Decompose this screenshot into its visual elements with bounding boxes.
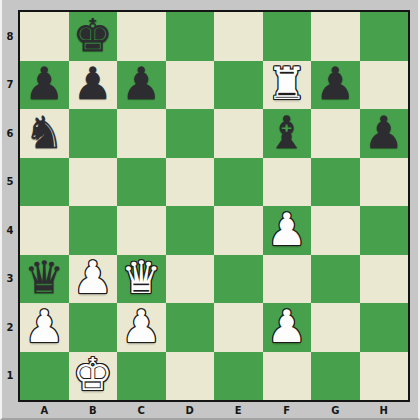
rank-label-1: 1: [2, 352, 18, 401]
square-a1[interactable]: [20, 352, 69, 401]
rank-label-4: 4: [2, 206, 18, 255]
rank-label-7: 7: [2, 61, 18, 110]
square-f8[interactable]: [263, 12, 312, 61]
rank-labels: 87654321: [2, 12, 18, 400]
black-pawn-piece[interactable]: ♟: [315, 61, 355, 106]
square-h3[interactable]: [360, 255, 409, 304]
square-h2[interactable]: [360, 303, 409, 352]
square-b5[interactable]: [69, 158, 118, 207]
file-label-f: F: [263, 403, 312, 418]
square-e2[interactable]: [214, 303, 263, 352]
square-c3[interactable]: ♛: [117, 255, 166, 304]
square-b1[interactable]: ♚: [69, 352, 118, 401]
square-e5[interactable]: [214, 158, 263, 207]
square-e7[interactable]: [214, 61, 263, 110]
square-d2[interactable]: [166, 303, 215, 352]
square-g4[interactable]: [311, 206, 360, 255]
square-c7[interactable]: ♟: [117, 61, 166, 110]
white-pawn-piece[interactable]: ♟: [73, 255, 113, 300]
black-pawn-piece[interactable]: ♟: [73, 61, 113, 106]
white-queen-piece[interactable]: ♛: [121, 255, 161, 300]
square-d5[interactable]: [166, 158, 215, 207]
white-rook-piece[interactable]: ♜: [267, 61, 307, 106]
file-label-a: A: [20, 403, 69, 418]
black-pawn-piece[interactable]: ♟: [24, 61, 64, 106]
file-label-e: E: [214, 403, 263, 418]
square-e4[interactable]: [214, 206, 263, 255]
square-e6[interactable]: [214, 109, 263, 158]
square-b7[interactable]: ♟: [69, 61, 118, 110]
square-f3[interactable]: [263, 255, 312, 304]
square-g1[interactable]: [311, 352, 360, 401]
square-f4[interactable]: ♟: [263, 206, 312, 255]
file-label-b: B: [69, 403, 118, 418]
square-g3[interactable]: [311, 255, 360, 304]
square-h6[interactable]: ♟: [360, 109, 409, 158]
chessboard[interactable]: ♚♟♟♟♜♟♞♝♟♟♛♟♛♟♟♟♚: [18, 10, 410, 402]
white-king-piece[interactable]: ♚: [73, 352, 113, 397]
square-c2[interactable]: ♟: [117, 303, 166, 352]
square-f7[interactable]: ♜: [263, 61, 312, 110]
square-g7[interactable]: ♟: [311, 61, 360, 110]
file-label-c: C: [117, 403, 166, 418]
chessboard-frame: 87654321 ♚♟♟♟♜♟♞♝♟♟♛♟♛♟♟♟♚ ABCDEFGH: [0, 0, 420, 420]
square-c5[interactable]: [117, 158, 166, 207]
square-g5[interactable]: [311, 158, 360, 207]
square-h5[interactable]: [360, 158, 409, 207]
square-c4[interactable]: [117, 206, 166, 255]
white-pawn-piece[interactable]: ♟: [24, 304, 64, 349]
square-d6[interactable]: [166, 109, 215, 158]
square-a4[interactable]: [20, 206, 69, 255]
black-bishop-piece[interactable]: ♝: [267, 110, 307, 155]
file-label-h: H: [360, 403, 409, 418]
square-a8[interactable]: [20, 12, 69, 61]
square-b3[interactable]: ♟: [69, 255, 118, 304]
rank-label-5: 5: [2, 158, 18, 207]
square-f1[interactable]: [263, 352, 312, 401]
square-d3[interactable]: [166, 255, 215, 304]
rank-label-8: 8: [2, 12, 18, 61]
square-e3[interactable]: [214, 255, 263, 304]
square-b4[interactable]: [69, 206, 118, 255]
file-label-d: D: [166, 403, 215, 418]
square-a6[interactable]: ♞: [20, 109, 69, 158]
square-g6[interactable]: [311, 109, 360, 158]
black-pawn-piece[interactable]: ♟: [364, 110, 404, 155]
square-b6[interactable]: [69, 109, 118, 158]
square-e1[interactable]: [214, 352, 263, 401]
white-pawn-piece[interactable]: ♟: [267, 304, 307, 349]
rank-label-6: 6: [2, 109, 18, 158]
square-f2[interactable]: ♟: [263, 303, 312, 352]
square-d1[interactable]: [166, 352, 215, 401]
black-pawn-piece[interactable]: ♟: [121, 61, 161, 106]
square-g8[interactable]: [311, 12, 360, 61]
square-h8[interactable]: [360, 12, 409, 61]
rank-label-2: 2: [2, 303, 18, 352]
black-king-piece[interactable]: ♚: [73, 13, 113, 58]
square-f6[interactable]: ♝: [263, 109, 312, 158]
square-a2[interactable]: ♟: [20, 303, 69, 352]
square-b8[interactable]: ♚: [69, 12, 118, 61]
square-e8[interactable]: [214, 12, 263, 61]
square-c1[interactable]: [117, 352, 166, 401]
square-d8[interactable]: [166, 12, 215, 61]
rank-label-3: 3: [2, 255, 18, 304]
black-queen-piece[interactable]: ♛: [24, 255, 64, 300]
square-d4[interactable]: [166, 206, 215, 255]
square-f5[interactable]: [263, 158, 312, 207]
square-a7[interactable]: ♟: [20, 61, 69, 110]
white-pawn-piece[interactable]: ♟: [267, 207, 307, 252]
square-h4[interactable]: [360, 206, 409, 255]
square-a3[interactable]: ♛: [20, 255, 69, 304]
square-g2[interactable]: [311, 303, 360, 352]
square-c8[interactable]: [117, 12, 166, 61]
square-c6[interactable]: [117, 109, 166, 158]
file-label-g: G: [311, 403, 360, 418]
square-h7[interactable]: [360, 61, 409, 110]
square-b2[interactable]: [69, 303, 118, 352]
square-d7[interactable]: [166, 61, 215, 110]
white-pawn-piece[interactable]: ♟: [121, 304, 161, 349]
file-labels: ABCDEFGH: [20, 403, 408, 418]
square-h1[interactable]: [360, 352, 409, 401]
black-knight-piece[interactable]: ♞: [24, 110, 64, 155]
square-a5[interactable]: [20, 158, 69, 207]
